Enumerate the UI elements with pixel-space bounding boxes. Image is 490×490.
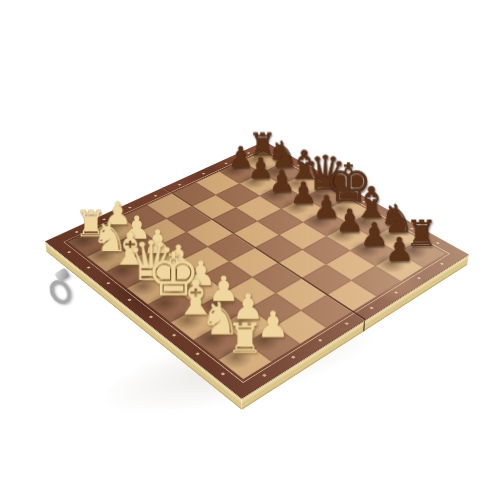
- border-dot: [128, 298, 133, 301]
- border-dot: [290, 355, 295, 358]
- border-dot: [262, 373, 267, 376]
- border-dot: [153, 195, 157, 197]
- border-dot: [393, 291, 398, 294]
- border-dot: [221, 372, 226, 375]
- border-dot: [178, 183, 182, 185]
- chess-board: ♜♞♝♛♚♝♞♜♟♟♟♟♟♟♟♟♟♟♟♟♟♟♟♟♜♞♝♛♚♝♞♜: [45, 141, 469, 399]
- border-dot: [172, 333, 177, 336]
- border-dot: [201, 173, 205, 175]
- border-dot: [439, 262, 443, 265]
- product-photo-stage: ♜♞♝♛♚♝♞♜♟♟♟♟♟♟♟♟♟♟♟♟♟♟♟♟♜♞♝♛♚♝♞♜: [0, 0, 490, 490]
- pieces-layer: ♜♞♝♛♚♝♞♜♟♟♟♟♟♟♟♟♟♟♟♟♟♟♟♟♜♞♝♛♚♝♞♜: [67, 150, 446, 379]
- piece-black-pawn: ♟: [369, 233, 431, 266]
- border-dot: [369, 306, 374, 309]
- border-dot: [87, 266, 91, 269]
- border-dot: [149, 315, 154, 318]
- piece-white-rook: ♜: [210, 318, 279, 360]
- border-dot: [344, 322, 349, 325]
- border-dot: [196, 352, 201, 355]
- fold-seam-edge: [363, 320, 365, 332]
- border-dot: [107, 282, 111, 285]
- border-dot: [68, 251, 72, 254]
- border-dot: [417, 276, 421, 279]
- border-dot: [318, 338, 323, 341]
- scene-3d: ♜♞♝♛♚♝♞♜♟♟♟♟♟♟♟♟♟♟♟♟♟♟♟♟♜♞♝♛♚♝♞♜: [0, 0, 490, 490]
